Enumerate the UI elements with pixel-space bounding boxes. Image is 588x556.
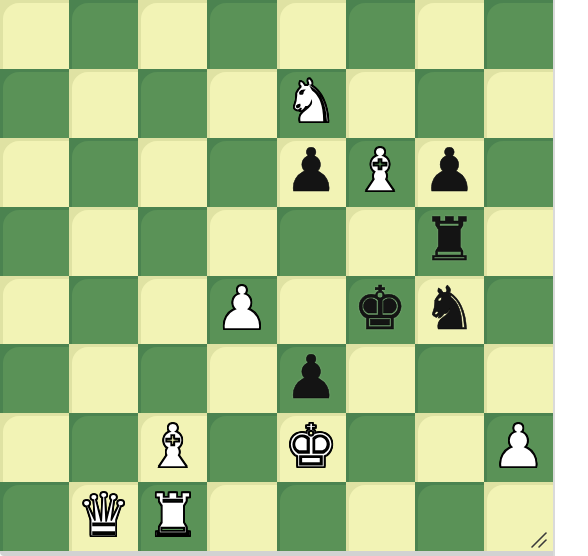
square-g6[interactable]: ♟ [415, 138, 484, 207]
square-e6[interactable]: ♟ [277, 138, 346, 207]
square-c5[interactable] [138, 207, 207, 276]
square-b3[interactable] [69, 344, 138, 413]
square-b8[interactable] [69, 0, 138, 69]
square-c1[interactable]: ♜ [138, 482, 207, 551]
square-c7[interactable] [138, 69, 207, 138]
piece-black-king[interactable]: ♚ [346, 274, 415, 343]
square-f8[interactable] [346, 0, 415, 69]
square-e2[interactable]: ♚ [277, 413, 346, 482]
square-e7[interactable]: ♞ [277, 69, 346, 138]
piece-white-rook[interactable]: ♜ [138, 480, 207, 549]
square-g3[interactable] [415, 344, 484, 413]
square-b5[interactable] [69, 207, 138, 276]
square-f5[interactable] [346, 207, 415, 276]
square-b2[interactable] [69, 413, 138, 482]
square-c6[interactable] [138, 138, 207, 207]
chess-board: ♞♟♝♟♜♟♚♞♟♝♚♟♛♜ [0, 0, 553, 551]
square-f2[interactable] [346, 413, 415, 482]
square-a5[interactable] [0, 207, 69, 276]
square-f7[interactable] [346, 69, 415, 138]
square-g8[interactable] [415, 0, 484, 69]
square-d7[interactable] [207, 69, 276, 138]
piece-white-king[interactable]: ♚ [277, 411, 346, 480]
square-b7[interactable] [69, 69, 138, 138]
square-h2[interactable]: ♟ [484, 413, 553, 482]
square-c3[interactable] [138, 344, 207, 413]
square-c4[interactable] [138, 276, 207, 345]
square-e8[interactable] [277, 0, 346, 69]
piece-white-knight[interactable]: ♞ [277, 67, 346, 136]
piece-white-bishop[interactable]: ♝ [346, 136, 415, 205]
piece-white-queen[interactable]: ♛ [69, 480, 138, 549]
square-e4[interactable] [277, 276, 346, 345]
square-h7[interactable] [484, 69, 553, 138]
square-a8[interactable] [0, 0, 69, 69]
square-a4[interactable] [0, 276, 69, 345]
square-a7[interactable] [0, 69, 69, 138]
square-b4[interactable] [69, 276, 138, 345]
square-h4[interactable] [484, 276, 553, 345]
square-a3[interactable] [0, 344, 69, 413]
piece-white-pawn[interactable]: ♟ [207, 274, 276, 343]
page: ♞♟♝♟♜♟♚♞♟♝♚♟♛♜ [0, 0, 588, 556]
square-g1[interactable] [415, 482, 484, 551]
square-f3[interactable] [346, 344, 415, 413]
square-d3[interactable] [207, 344, 276, 413]
square-h3[interactable] [484, 344, 553, 413]
square-d5[interactable] [207, 207, 276, 276]
square-a2[interactable] [0, 413, 69, 482]
square-a6[interactable] [0, 138, 69, 207]
square-c2[interactable]: ♝ [138, 413, 207, 482]
square-e3[interactable]: ♟ [277, 344, 346, 413]
piece-white-pawn[interactable]: ♟ [484, 411, 553, 480]
square-d4[interactable]: ♟ [207, 276, 276, 345]
square-d6[interactable] [207, 138, 276, 207]
square-g2[interactable] [415, 413, 484, 482]
page-right-margin [555, 0, 588, 556]
board-bottom-strip [0, 551, 553, 556]
square-h8[interactable] [484, 0, 553, 69]
square-g4[interactable]: ♞ [415, 276, 484, 345]
square-e1[interactable] [277, 482, 346, 551]
piece-black-knight[interactable]: ♞ [415, 274, 484, 343]
square-b1[interactable]: ♛ [69, 482, 138, 551]
square-g7[interactable] [415, 69, 484, 138]
piece-black-pawn[interactable]: ♟ [277, 342, 346, 411]
square-d2[interactable] [207, 413, 276, 482]
resize-handle-icon[interactable] [528, 529, 550, 551]
piece-black-rook[interactable]: ♜ [415, 205, 484, 274]
square-a1[interactable] [0, 482, 69, 551]
square-f6[interactable]: ♝ [346, 138, 415, 207]
piece-black-pawn[interactable]: ♟ [277, 136, 346, 205]
square-h6[interactable] [484, 138, 553, 207]
square-c8[interactable] [138, 0, 207, 69]
square-h5[interactable] [484, 207, 553, 276]
square-d8[interactable] [207, 0, 276, 69]
square-f4[interactable]: ♚ [346, 276, 415, 345]
square-f1[interactable] [346, 482, 415, 551]
square-e5[interactable] [277, 207, 346, 276]
piece-black-pawn[interactable]: ♟ [415, 136, 484, 205]
piece-white-bishop[interactable]: ♝ [138, 411, 207, 480]
square-d1[interactable] [207, 482, 276, 551]
square-b6[interactable] [69, 138, 138, 207]
square-g5[interactable]: ♜ [415, 207, 484, 276]
